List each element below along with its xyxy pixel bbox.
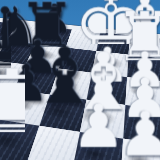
board-scene: ♟♝♞♜♚♜♛♟♟♟♟♟♝♝♟♜♟♟ (0, 0, 160, 160)
chess-splash-scene: ♟♝♞♜♚♜♛♟♟♟♟♟♝♝♟♜♟♟ (0, 0, 160, 160)
piece-white-P-f4[interactable]: ♟ (114, 103, 160, 160)
piece-white-R-c4[interactable]: ♜ (0, 55, 56, 143)
chess-board: ♟♝♞♜♚♜♛♟♟♟♟♟♝♝♟♜♟♟ (0, 21, 160, 160)
board-grid: ♟♝♞♜♚♜♛♟♟♟♟♟♝♝♟♜♟♟ (0, 21, 160, 160)
